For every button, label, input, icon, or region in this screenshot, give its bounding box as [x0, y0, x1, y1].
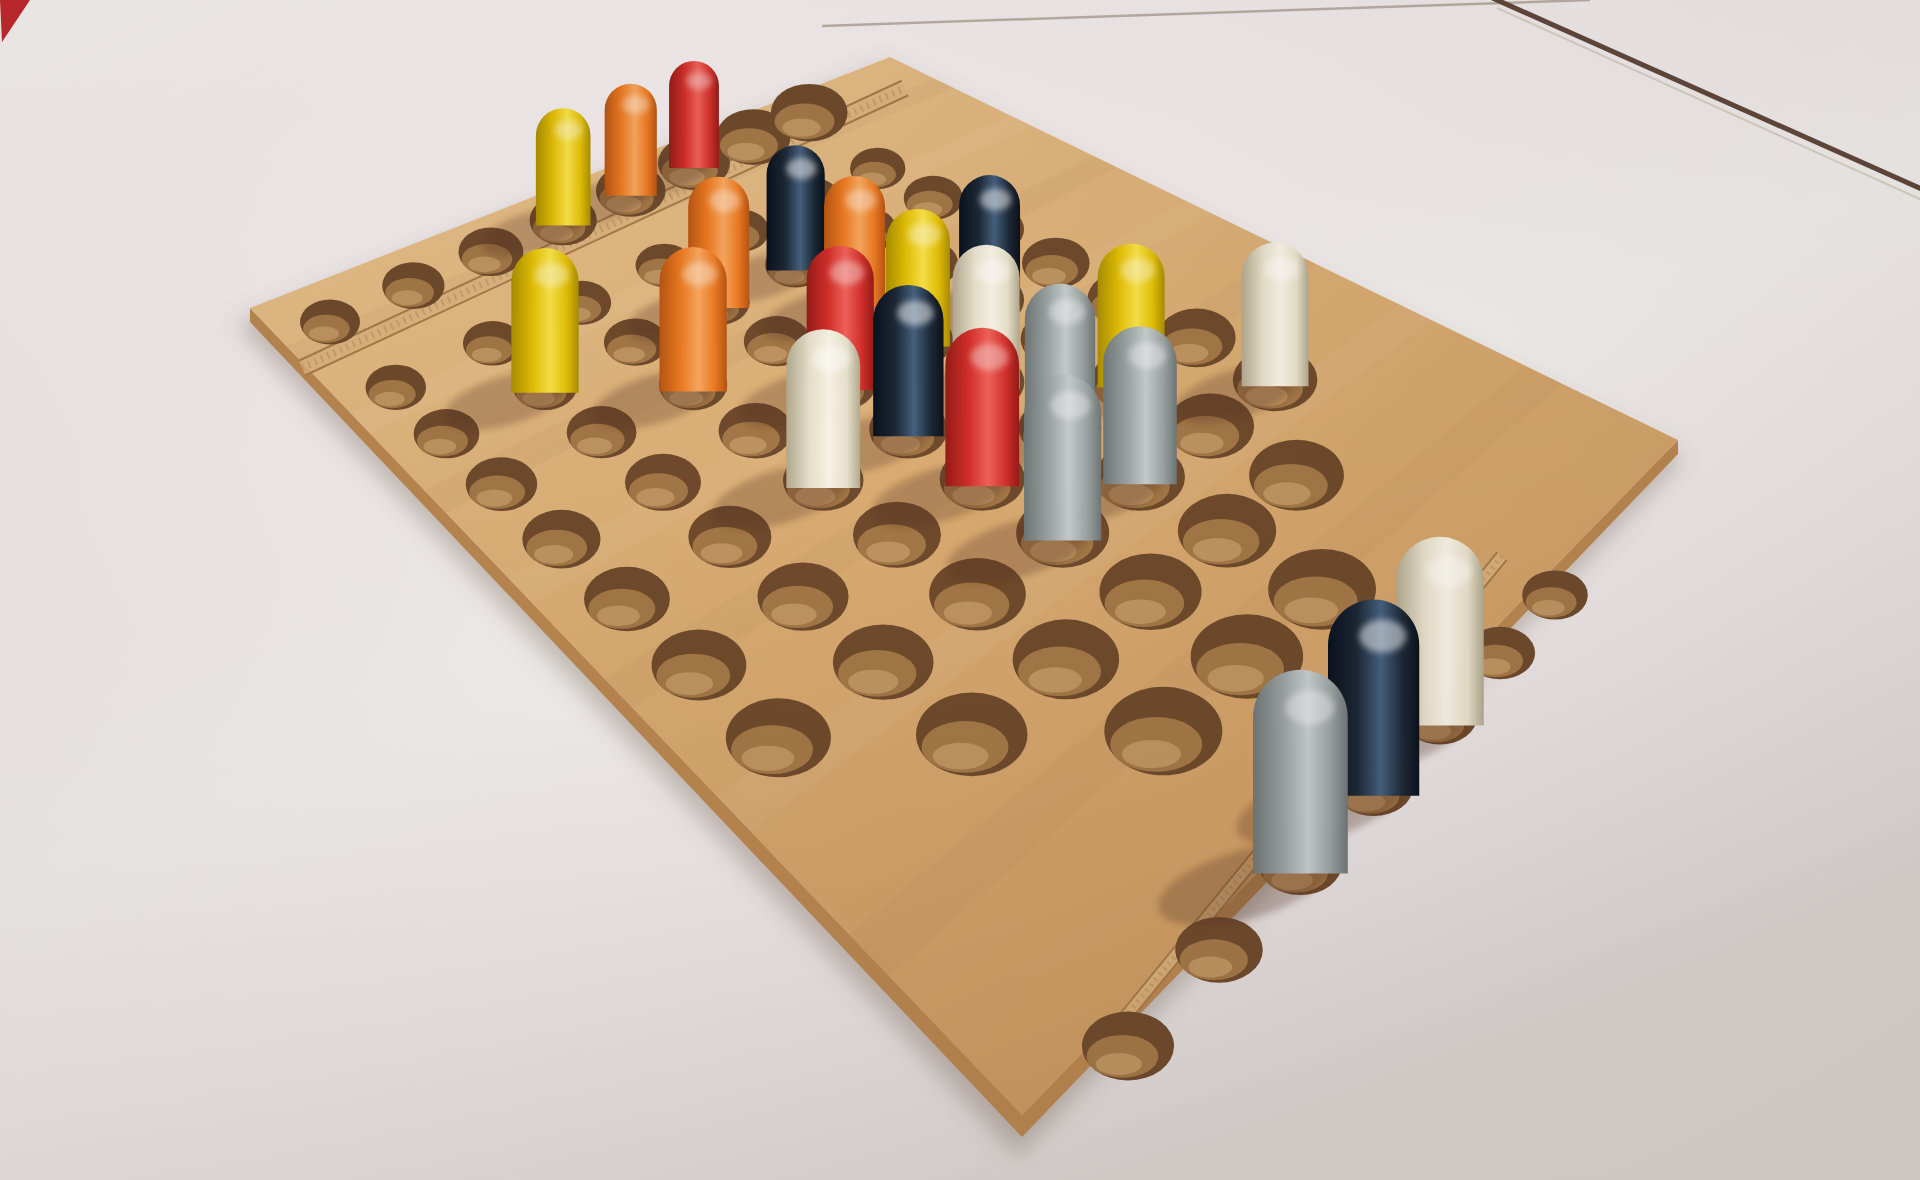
peg-board-photo — [0, 0, 1920, 1180]
photo-stage — [0, 0, 1920, 1180]
vignette — [0, 0, 1920, 1180]
